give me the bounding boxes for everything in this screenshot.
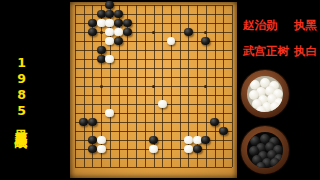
- stone-white: [105, 19, 114, 28]
- stone-black: [88, 136, 97, 145]
- stone-black: [123, 19, 132, 28]
- stone-white: [105, 109, 114, 118]
- stone-black: [88, 118, 97, 127]
- caption-black-player: 赵治勋 执黑: [243, 18, 317, 32]
- stone-black: [97, 10, 106, 19]
- bowl-black-stone: [270, 158, 280, 168]
- stone-black: [123, 28, 132, 37]
- stone-white: [105, 55, 114, 64]
- black-stone-bowl: [241, 126, 289, 174]
- grid-line: [75, 113, 232, 114]
- grid-line: [171, 5, 172, 167]
- stone-black: [114, 37, 123, 46]
- stone-black: [184, 28, 193, 37]
- stone-white: [184, 136, 193, 145]
- stone-white: [114, 28, 123, 37]
- stone-white: [158, 100, 167, 109]
- star-point: [204, 31, 207, 34]
- white-stone-bowl-stones: [247, 76, 283, 112]
- grid-line: [215, 5, 216, 167]
- grid-line: [75, 158, 232, 159]
- black-player-role: 执黑: [294, 18, 317, 32]
- grid-line: [75, 122, 232, 123]
- event-title-vertical: 1985日本第九届棋圣战: [9, 6, 33, 176]
- stone-white: [105, 28, 114, 37]
- stone-black: [105, 10, 114, 19]
- grid-line: [162, 5, 163, 167]
- black-player-name: 赵治勋: [243, 18, 278, 32]
- black-stone-bowl-stones: [247, 132, 283, 168]
- star-point: [204, 85, 207, 88]
- bowl-white-stone: [256, 106, 266, 112]
- white-stone-bowl: [241, 70, 289, 118]
- star-point: [152, 31, 155, 34]
- stone-white: [105, 37, 114, 46]
- grid-line: [75, 167, 232, 168]
- stone-black: [219, 127, 228, 136]
- stone-black: [114, 10, 123, 19]
- stone-black: [193, 145, 202, 154]
- stone-white: [167, 37, 176, 46]
- grid-line: [75, 131, 232, 132]
- stone-black: [210, 118, 219, 127]
- stone-white: [97, 19, 106, 28]
- stone-black: [88, 28, 97, 37]
- stone-black: [79, 118, 88, 127]
- stone-black: [88, 19, 97, 28]
- grid-line: [223, 5, 224, 167]
- stone-black: [105, 1, 114, 10]
- stone-white: [193, 136, 202, 145]
- stone-black: [114, 19, 123, 28]
- stone-white: [97, 136, 106, 145]
- stone-white: [184, 145, 193, 154]
- go-board: [70, 2, 237, 178]
- stone-black: [149, 136, 158, 145]
- caption-white-player: 武宫正树 执白: [243, 44, 317, 58]
- grid-line: [75, 95, 232, 96]
- stone-black: [201, 37, 210, 46]
- stone-black: [97, 46, 106, 55]
- stone-black: [201, 136, 210, 145]
- stone-black: [88, 145, 97, 154]
- star-point: [152, 85, 155, 88]
- bowl-black-stone: [256, 162, 266, 168]
- white-player-name: 武宫正树: [243, 44, 289, 58]
- bowl-white-stone: [270, 102, 280, 112]
- stone-white: [97, 145, 106, 154]
- white-player-role: 执白: [294, 44, 317, 58]
- grid-line: [232, 5, 233, 167]
- video-frame: 1985日本第九届棋圣战 赵治勋 执黑 武宫正树 执白: [0, 0, 320, 180]
- grid-line: [75, 104, 232, 105]
- stone-black: [97, 55, 106, 64]
- grid-line: [180, 5, 181, 167]
- star-point: [100, 85, 103, 88]
- stone-white: [149, 145, 158, 154]
- star-point: [100, 31, 103, 34]
